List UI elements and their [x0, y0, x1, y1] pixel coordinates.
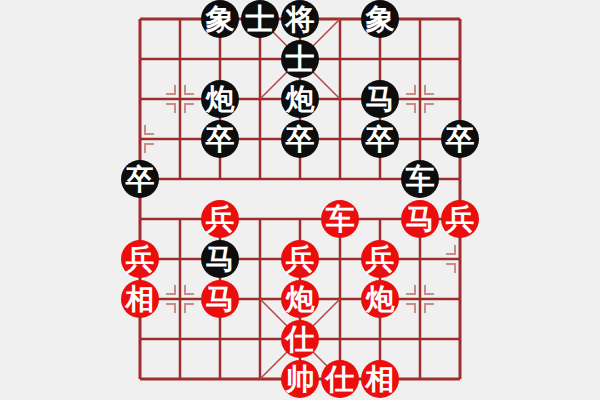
- piece-red-cannon[interactable]: 炮: [361, 280, 399, 318]
- piece-red-soldier[interactable]: 兵: [361, 240, 399, 278]
- piece-black-chariot[interactable]: 车: [401, 160, 439, 198]
- piece-black-soldier[interactable]: 卒: [121, 160, 159, 198]
- piece-red-chariot[interactable]: 车: [321, 200, 359, 238]
- piece-black-cannon[interactable]: 炮: [201, 80, 239, 118]
- piece-red-horse[interactable]: 马: [201, 280, 239, 318]
- piece-black-horse[interactable]: 马: [361, 80, 399, 118]
- piece-black-advisor[interactable]: 士: [241, 0, 279, 38]
- piece-black-elephant[interactable]: 象: [361, 0, 399, 38]
- piece-red-soldier[interactable]: 兵: [121, 240, 159, 278]
- piece-red-general[interactable]: 帅: [281, 360, 319, 398]
- piece-black-horse[interactable]: 马: [201, 240, 239, 278]
- piece-red-soldier[interactable]: 兵: [281, 240, 319, 278]
- piece-red-soldier[interactable]: 兵: [441, 200, 479, 238]
- piece-red-soldier[interactable]: 兵: [201, 200, 239, 238]
- piece-black-soldier[interactable]: 卒: [361, 120, 399, 158]
- piece-red-advisor[interactable]: 仕: [321, 360, 359, 398]
- piece-black-cannon[interactable]: 炮: [281, 80, 319, 118]
- piece-black-elephant[interactable]: 象: [201, 0, 239, 38]
- piece-red-elephant[interactable]: 相: [121, 280, 159, 318]
- piece-red-elephant[interactable]: 相: [361, 360, 399, 398]
- pieces-layer: 象士将象士炮炮马卒卒卒卒卒车兵车马兵兵马兵兵相马炮炮仕帅仕相: [120, 0, 480, 399]
- piece-black-soldier[interactable]: 卒: [201, 120, 239, 158]
- piece-black-advisor[interactable]: 士: [281, 40, 319, 78]
- xiangqi-board-screen: 象士将象士炮炮马卒卒卒卒卒车兵车马兵兵马兵兵相马炮炮仕帅仕相: [0, 0, 600, 400]
- piece-black-soldier[interactable]: 卒: [281, 120, 319, 158]
- piece-red-horse[interactable]: 马: [401, 200, 439, 238]
- piece-black-general[interactable]: 将: [281, 0, 319, 38]
- piece-black-soldier[interactable]: 卒: [441, 120, 479, 158]
- piece-red-cannon[interactable]: 炮: [281, 280, 319, 318]
- piece-red-advisor[interactable]: 仕: [281, 320, 319, 358]
